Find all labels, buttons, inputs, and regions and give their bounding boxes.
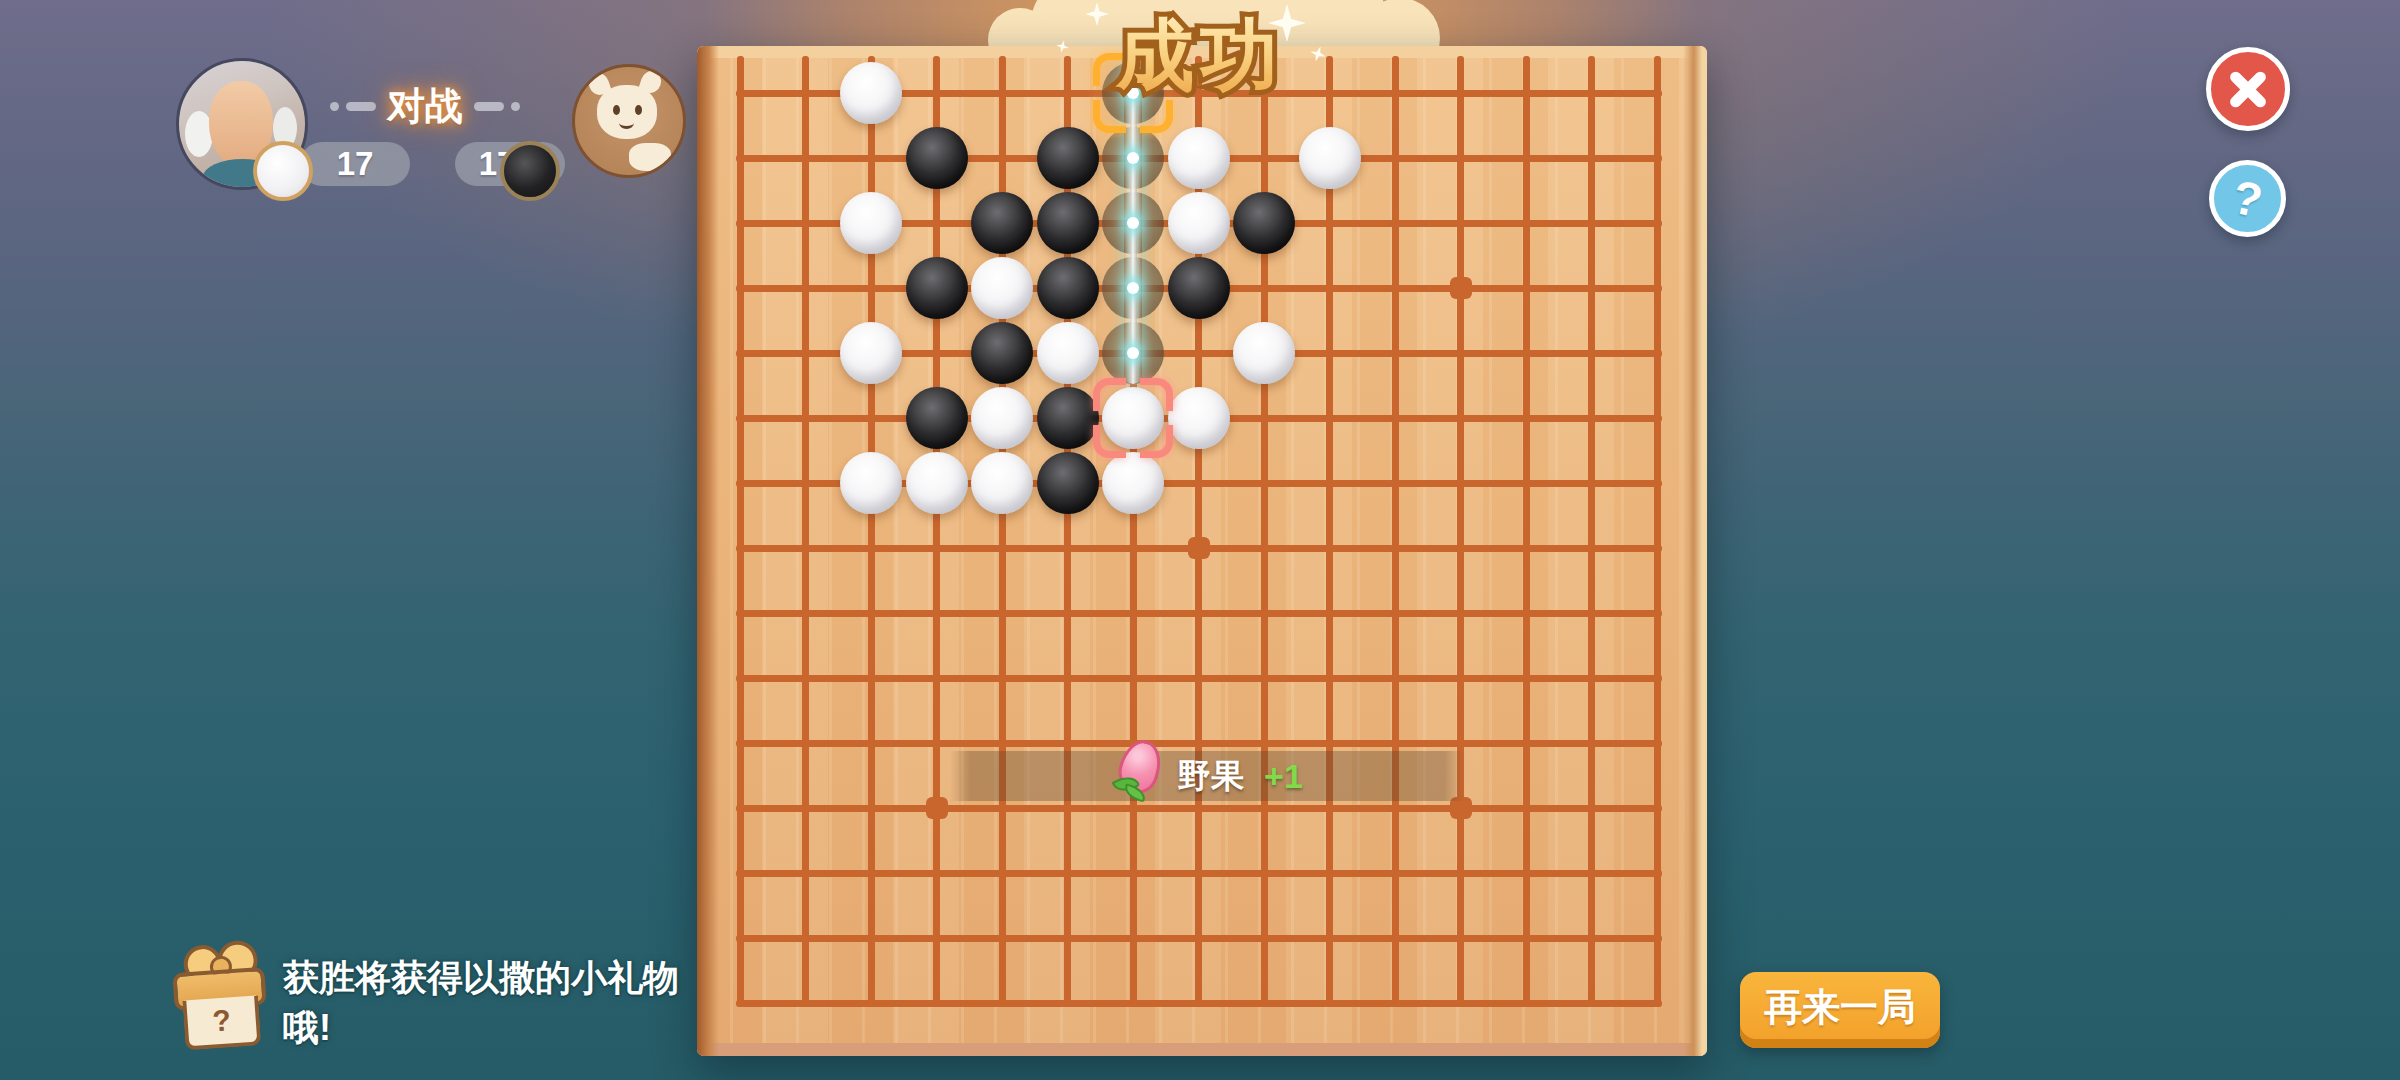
bracket-corner (1140, 378, 1173, 411)
tip-line-1: 获胜将获得以撒的小礼物 (283, 953, 763, 1003)
help-button[interactable]: ? (2209, 160, 2286, 237)
stone-white (840, 322, 902, 384)
grid-line (736, 935, 1662, 942)
grid-line (933, 56, 940, 1007)
success-banner: 成功 (950, 0, 1450, 110)
stone-black (1233, 192, 1295, 254)
white-stone-badge (253, 141, 313, 201)
grid-line (1326, 56, 1333, 1007)
left-score-pill: 17 (300, 142, 410, 186)
win-glow-dot (1127, 282, 1139, 294)
stone-black (971, 192, 1033, 254)
win-glow-dot (1127, 152, 1139, 164)
grid-line (1654, 56, 1661, 1007)
stone-white (1102, 452, 1164, 514)
stone-black (1037, 452, 1099, 514)
grid-line (1392, 56, 1399, 1007)
stone-white (1233, 322, 1295, 384)
stone-white (1168, 387, 1230, 449)
grid-line (1523, 56, 1530, 1007)
left-score: 17 (337, 145, 374, 183)
win-reward-tip: 获胜将获得以撒的小礼物 哦! (283, 953, 763, 1053)
stone-white (1299, 127, 1361, 189)
bracket-corner (1093, 378, 1126, 411)
star-point (1188, 537, 1210, 559)
success-banner-text: 成功 (1115, 11, 1284, 99)
vs-divider-dot (511, 102, 520, 111)
avatar-mouth (619, 117, 634, 129)
avatar-eye (613, 105, 620, 115)
vs-divider-dot (330, 102, 339, 111)
vs-divider-dash (346, 102, 376, 111)
stone-white (1168, 192, 1230, 254)
vs-label: 对战 (383, 81, 467, 132)
game-screen: 野果 +1 成功 17 对战 17 (0, 0, 2400, 1080)
avatar-eye (635, 105, 642, 115)
stone-white (906, 452, 968, 514)
stone-black (1037, 257, 1099, 319)
reward-amount: +1 (1264, 757, 1303, 796)
grid-line (736, 870, 1662, 877)
reward-item-label: 野果 (1178, 754, 1244, 799)
stone-white (971, 387, 1033, 449)
stone-black (1037, 192, 1099, 254)
close-button[interactable] (2206, 47, 2290, 131)
berry-icon (1112, 740, 1158, 800)
stone-white (1168, 127, 1230, 189)
stone-white (971, 257, 1033, 319)
reward-toast: 野果 +1 (950, 751, 1465, 801)
stone-black (906, 127, 968, 189)
stone-white (1037, 322, 1099, 384)
stone-white (971, 452, 1033, 514)
stone-black (971, 322, 1033, 384)
stone-black (906, 387, 968, 449)
last-move-bracket (1093, 378, 1173, 458)
gift-body: ? (182, 995, 261, 1050)
stone-black (1168, 257, 1230, 319)
stone-white (840, 62, 902, 124)
play-again-label: 再来一局 (1764, 982, 1916, 1033)
gift-question-mark: ? (211, 1003, 232, 1038)
avatar-body (629, 143, 671, 171)
play-again-button[interactable]: 再来一局 (1740, 972, 1940, 1048)
vs-divider-dash (474, 102, 504, 111)
board-bottom-edge (697, 1043, 1707, 1056)
win-glow-dot (1127, 347, 1139, 359)
star-point (1450, 277, 1472, 299)
question-mark-icon: ? (2228, 169, 2268, 229)
stone-white (840, 192, 902, 254)
board-left-edge (697, 46, 719, 1056)
black-stone-badge (500, 141, 560, 201)
grid-line (1457, 56, 1464, 1007)
grid-line (802, 56, 809, 1007)
grid-line (736, 1000, 1662, 1007)
bracket-corner (1140, 425, 1173, 458)
grid-line (737, 56, 744, 1007)
win-glow-dot (1127, 217, 1139, 229)
gift-box-icon: ? (168, 939, 271, 1053)
grid-line (1588, 56, 1595, 1007)
vs-banner: 对战 (325, 84, 525, 128)
stone-black (906, 257, 968, 319)
board[interactable]: 野果 +1 (697, 46, 1707, 1056)
star-point (926, 797, 948, 819)
bracket-corner (1093, 425, 1126, 458)
avatar-face (597, 85, 657, 139)
stone-black (1037, 127, 1099, 189)
little-dragon-avatar (572, 64, 686, 178)
stone-white (840, 452, 902, 514)
board-right-edge (1683, 46, 1707, 1056)
stone-black (1037, 387, 1099, 449)
tip-line-2: 哦! (283, 1003, 763, 1053)
